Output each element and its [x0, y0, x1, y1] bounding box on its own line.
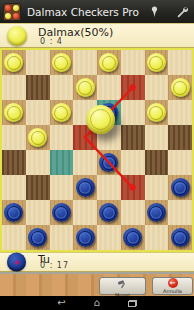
force-move-button[interactable]: Muovi: [99, 277, 146, 295]
board-square[interactable]: [121, 175, 145, 200]
board-square[interactable]: [145, 50, 169, 75]
board-square[interactable]: [145, 175, 169, 200]
app-screen: Dalmax Checkers Pro Dalmax(50%) 0 : 4 Tu…: [0, 0, 194, 310]
board-square[interactable]: [73, 225, 97, 250]
board-square[interactable]: [145, 225, 169, 250]
board-square[interactable]: [50, 75, 74, 100]
back-icon[interactable]: ↩: [57, 298, 65, 308]
board-square[interactable]: [73, 75, 97, 100]
yellow-piece[interactable]: [147, 53, 166, 72]
undo-arrow-icon: ←: [168, 278, 178, 288]
board-square[interactable]: [168, 50, 192, 75]
blue-piece[interactable]: [76, 228, 95, 247]
board-square[interactable]: [26, 150, 50, 175]
yellow-piece[interactable]: [52, 53, 71, 72]
bottom-toolbar: Muovi ← Annulla: [0, 272, 194, 298]
yellow-player-piece-icon: [7, 26, 27, 46]
blue-piece[interactable]: [171, 178, 190, 197]
board-square[interactable]: [168, 150, 192, 175]
board-square[interactable]: [145, 150, 169, 175]
board-square[interactable]: [97, 75, 121, 100]
board-square[interactable]: [73, 175, 97, 200]
blue-piece[interactable]: [147, 203, 166, 222]
board-square[interactable]: [97, 50, 121, 75]
board-square[interactable]: [2, 50, 26, 75]
board-square[interactable]: [121, 125, 145, 150]
board-square[interactable]: [2, 75, 26, 100]
board-square[interactable]: [2, 200, 26, 225]
title-bar: Dalmax Checkers Pro: [0, 0, 194, 23]
board-square[interactable]: [50, 200, 74, 225]
board-square[interactable]: [121, 150, 145, 175]
board-square[interactable]: [145, 75, 169, 100]
yellow-piece[interactable]: [4, 53, 23, 72]
bottom-player-score: 0 : 17: [40, 261, 69, 270]
board-square[interactable]: [26, 225, 50, 250]
board-square[interactable]: [26, 175, 50, 200]
yellow-piece[interactable]: [76, 78, 95, 97]
blue-piece[interactable]: [99, 153, 118, 172]
board-square[interactable]: [73, 50, 97, 75]
board-square[interactable]: [121, 100, 145, 125]
board-square[interactable]: [121, 50, 145, 75]
yellow-piece[interactable]: [52, 103, 71, 122]
checkers-board: [0, 48, 194, 252]
board-square[interactable]: [26, 100, 50, 125]
board-square[interactable]: [26, 125, 50, 150]
dragged-yellow-piece[interactable]: [86, 105, 115, 134]
board-square[interactable]: [73, 200, 97, 225]
board-square[interactable]: [2, 100, 26, 125]
top-player-score: 0 : 4: [40, 37, 63, 46]
board-square[interactable]: [50, 175, 74, 200]
board-square[interactable]: [97, 200, 121, 225]
blue-piece[interactable]: [99, 203, 118, 222]
board-square[interactable]: [26, 200, 50, 225]
board-square[interactable]: [168, 100, 192, 125]
home-icon[interactable]: ⌂: [94, 298, 100, 308]
board-square[interactable]: [121, 200, 145, 225]
blue-player-piece-icon: [7, 253, 26, 272]
board-square[interactable]: [168, 200, 192, 225]
yellow-piece[interactable]: [4, 103, 23, 122]
board-square[interactable]: [168, 175, 192, 200]
board-square[interactable]: [97, 150, 121, 175]
settings-wrench-icon[interactable]: [175, 5, 188, 18]
board-square[interactable]: [168, 225, 192, 250]
board-square[interactable]: [50, 150, 74, 175]
blue-piece[interactable]: [123, 228, 142, 247]
app-logo-icon: [3, 3, 21, 21]
yellow-piece[interactable]: [99, 53, 118, 72]
board-square[interactable]: [50, 125, 74, 150]
board-square[interactable]: [50, 225, 74, 250]
board-square[interactable]: [26, 75, 50, 100]
blue-piece[interactable]: [28, 228, 47, 247]
blue-piece[interactable]: [76, 178, 95, 197]
board-square[interactable]: [145, 200, 169, 225]
board-square[interactable]: [145, 125, 169, 150]
board-square[interactable]: [121, 225, 145, 250]
yellow-piece[interactable]: [28, 128, 47, 147]
board-square[interactable]: [168, 75, 192, 100]
yellow-piece[interactable]: [147, 103, 166, 122]
player-bar-bottom: Tu 0 : 17: [0, 252, 194, 272]
recents-icon[interactable]: [128, 300, 137, 307]
board-square[interactable]: [97, 225, 121, 250]
board-square[interactable]: [26, 50, 50, 75]
board-square[interactable]: [73, 150, 97, 175]
board-square[interactable]: [97, 175, 121, 200]
blue-piece[interactable]: [4, 203, 23, 222]
hammer-icon: [117, 274, 128, 293]
board-square[interactable]: [2, 225, 26, 250]
blue-piece[interactable]: [171, 228, 190, 247]
board-square[interactable]: [145, 100, 169, 125]
board-square[interactable]: [2, 175, 26, 200]
undo-button[interactable]: ← Annulla: [152, 277, 193, 295]
player-bar-top: Dalmax(50%) 0 : 4: [0, 23, 194, 48]
board-square[interactable]: [50, 50, 74, 75]
board-square[interactable]: [2, 150, 26, 175]
board-square[interactable]: [2, 125, 26, 150]
android-nav-bar: ↩ ⌂: [0, 296, 194, 310]
pin-icon[interactable]: [150, 6, 159, 18]
undo-label: Annulla: [163, 289, 182, 294]
app-title: Dalmax Checkers Pro: [27, 6, 139, 18]
board-square[interactable]: [50, 100, 74, 125]
board-square[interactable]: [168, 125, 192, 150]
blue-piece[interactable]: [52, 203, 71, 222]
board-square[interactable]: [121, 75, 145, 100]
yellow-piece[interactable]: [171, 78, 190, 97]
